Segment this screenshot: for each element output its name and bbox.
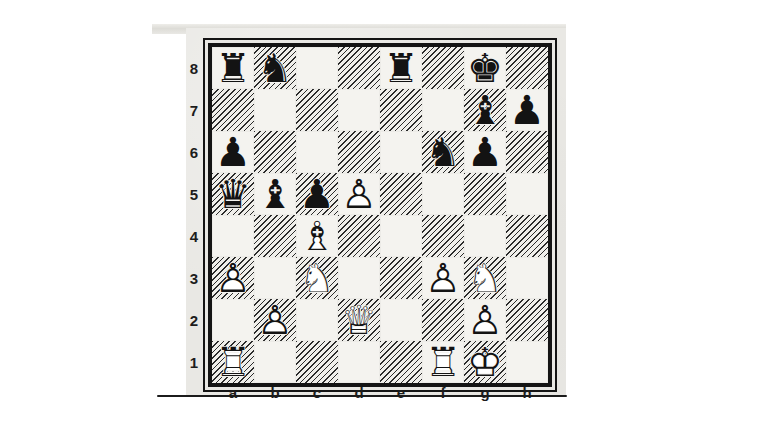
square-d8 (338, 47, 380, 89)
square-h3 (506, 257, 548, 299)
white-pawn-icon: ♟♙ (422, 257, 464, 299)
square-d4 (338, 215, 380, 257)
square-e3 (380, 257, 422, 299)
white-knight-icon: ♞♘ (296, 257, 338, 299)
rank-labels: 87654321 (186, 47, 202, 383)
square-g3: ♞♘ (464, 257, 506, 299)
file-labels: abcdefgh (212, 384, 548, 400)
square-a2 (212, 299, 254, 341)
chess-board: ♜♞♜♚♝♟♟♞♟♛♝♟♟♙♝♗♟♙♞♘♟♙♞♘♟♙♛♕♟♙♜♖♜♖♚♔ (203, 38, 557, 392)
page-background: 87654321 ♜♞♜♚♝♟♟♞♟♛♝♟♟♙♝♗♟♙♞♘♟♙♞♘♟♙♛♕♟♙♜… (0, 0, 768, 424)
square-b8: ♞ (254, 47, 296, 89)
file-label-h: h (506, 384, 548, 400)
square-f7 (422, 89, 464, 131)
square-a6: ♟ (212, 131, 254, 173)
black-pawn-icon: ♟ (464, 131, 506, 173)
square-b1 (254, 341, 296, 383)
square-e5 (380, 173, 422, 215)
white-knight-icon: ♞♘ (464, 257, 506, 299)
square-g5 (464, 173, 506, 215)
file-label-d: d (338, 384, 380, 400)
square-a5: ♛ (212, 173, 254, 215)
square-h7: ♟ (506, 89, 548, 131)
square-e6 (380, 131, 422, 173)
square-e1 (380, 341, 422, 383)
rank-label-8: 8 (186, 47, 202, 89)
file-label-c: c (296, 384, 338, 400)
file-label-e: e (380, 384, 422, 400)
black-rook-icon: ♜ (212, 47, 254, 89)
rank-label-3: 3 (186, 257, 202, 299)
file-label-g: g (464, 384, 506, 400)
file-label-b: b (254, 384, 296, 400)
square-c6 (296, 131, 338, 173)
square-c1 (296, 341, 338, 383)
square-d5: ♟♙ (338, 173, 380, 215)
rank-label-6: 6 (186, 131, 202, 173)
page-rule-line (157, 395, 567, 397)
black-knight-icon: ♞ (422, 131, 464, 173)
square-b7 (254, 89, 296, 131)
square-h6 (506, 131, 548, 173)
board-grid: ♜♞♜♚♝♟♟♞♟♛♝♟♟♙♝♗♟♙♞♘♟♙♞♘♟♙♛♕♟♙♜♖♜♖♚♔ (212, 47, 548, 383)
square-d6 (338, 131, 380, 173)
square-a4 (212, 215, 254, 257)
square-g2: ♟♙ (464, 299, 506, 341)
square-a8: ♜ (212, 47, 254, 89)
square-f4 (422, 215, 464, 257)
square-d2: ♛♕ (338, 299, 380, 341)
rank-label-4: 4 (186, 215, 202, 257)
white-bishop-icon: ♝♗ (296, 215, 338, 257)
square-f3: ♟♙ (422, 257, 464, 299)
square-a1: ♜♖ (212, 341, 254, 383)
white-pawn-icon: ♟♙ (338, 173, 380, 215)
square-h8 (506, 47, 548, 89)
square-f6: ♞ (422, 131, 464, 173)
square-e2 (380, 299, 422, 341)
square-b4 (254, 215, 296, 257)
square-c2 (296, 299, 338, 341)
square-b6 (254, 131, 296, 173)
square-c8 (296, 47, 338, 89)
rank-label-5: 5 (186, 173, 202, 215)
black-rook-icon: ♜ (380, 47, 422, 89)
square-f2 (422, 299, 464, 341)
board-inner-border: ♜♞♜♚♝♟♟♞♟♛♝♟♟♙♝♗♟♙♞♘♟♙♞♘♟♙♛♕♟♙♜♖♜♖♚♔ (208, 43, 552, 387)
square-d3 (338, 257, 380, 299)
square-g8: ♚ (464, 47, 506, 89)
square-g4 (464, 215, 506, 257)
square-f8 (422, 47, 464, 89)
rank-label-2: 2 (186, 299, 202, 341)
square-h5 (506, 173, 548, 215)
square-d7 (338, 89, 380, 131)
square-b3 (254, 257, 296, 299)
square-f1: ♜♖ (422, 341, 464, 383)
black-pawn-icon: ♟ (296, 173, 338, 215)
square-b2: ♟♙ (254, 299, 296, 341)
black-queen-icon: ♛ (212, 173, 254, 215)
white-pawn-icon: ♟♙ (464, 299, 506, 341)
white-queen-icon: ♛♕ (338, 299, 380, 341)
black-bishop-icon: ♝ (254, 173, 296, 215)
square-h1 (506, 341, 548, 383)
black-knight-icon: ♞ (254, 47, 296, 89)
file-label-a: a (212, 384, 254, 400)
square-c4: ♝♗ (296, 215, 338, 257)
square-b5: ♝ (254, 173, 296, 215)
rank-label-1: 1 (186, 341, 202, 383)
square-c5: ♟ (296, 173, 338, 215)
square-g7: ♝ (464, 89, 506, 131)
square-g6: ♟ (464, 131, 506, 173)
square-g1: ♚♔ (464, 341, 506, 383)
black-pawn-icon: ♟ (212, 131, 254, 173)
square-h4 (506, 215, 548, 257)
scanned-diagram: 87654321 ♜♞♜♚♝♟♟♞♟♛♝♟♟♙♝♗♟♙♞♘♟♙♞♘♟♙♛♕♟♙♜… (186, 28, 566, 396)
square-e7 (380, 89, 422, 131)
white-pawn-icon: ♟♙ (212, 257, 254, 299)
square-d1 (338, 341, 380, 383)
black-bishop-icon: ♝ (464, 89, 506, 131)
square-c3: ♞♘ (296, 257, 338, 299)
black-pawn-icon: ♟ (506, 89, 548, 131)
square-h2 (506, 299, 548, 341)
white-rook-icon: ♜♖ (212, 341, 254, 383)
square-f5 (422, 173, 464, 215)
rank-label-7: 7 (186, 89, 202, 131)
square-a3: ♟♙ (212, 257, 254, 299)
square-e4 (380, 215, 422, 257)
white-pawn-icon: ♟♙ (254, 299, 296, 341)
file-label-f: f (422, 384, 464, 400)
black-king-icon: ♚ (464, 47, 506, 89)
square-a7 (212, 89, 254, 131)
white-rook-icon: ♜♖ (422, 341, 464, 383)
square-e8: ♜ (380, 47, 422, 89)
white-king-icon: ♚♔ (464, 341, 506, 383)
square-c7 (296, 89, 338, 131)
